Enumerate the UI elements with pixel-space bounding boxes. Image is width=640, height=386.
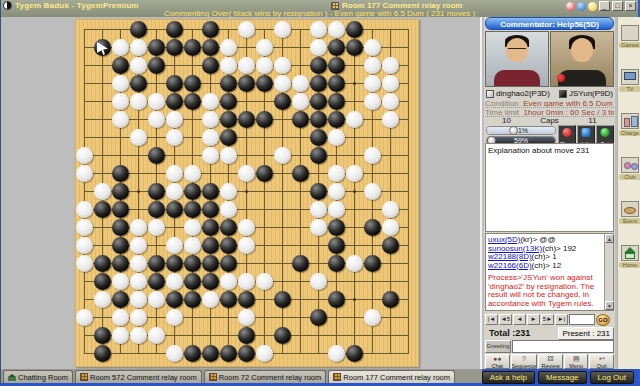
white-stone <box>382 93 399 110</box>
white-stone <box>256 39 273 56</box>
black-stone <box>148 57 165 74</box>
photo-black-player <box>550 31 614 87</box>
move-navigation: |◄ ◄5 ◄ ► 5► ►| GO <box>485 313 614 326</box>
white-stone <box>238 165 255 182</box>
home-icon <box>621 245 639 261</box>
black-stone <box>328 255 345 272</box>
white-stone <box>94 291 111 308</box>
star-point <box>353 82 356 85</box>
house-icon <box>8 374 16 381</box>
black-stone <box>166 21 183 38</box>
white-stone <box>130 309 147 326</box>
star-point <box>245 190 248 193</box>
tray-icon-3[interactable] <box>588 2 597 11</box>
black-stone <box>328 219 345 236</box>
black-player-name: JSYun(P9D) <box>559 88 613 99</box>
black-stone <box>166 39 183 56</box>
black-stone <box>148 147 165 164</box>
white-stone <box>292 93 309 110</box>
chat-line: w22166(6D)(ch)> 12 <box>488 262 602 271</box>
black-stone <box>184 273 201 290</box>
white-stone <box>274 75 291 92</box>
chat-tab-button[interactable]: ●●Chat <box>485 354 510 369</box>
greeting-input[interactable] <box>512 340 614 353</box>
white-stone <box>310 21 327 38</box>
sidebar-item-event[interactable]: Event <box>619 201 640 231</box>
sequence-icon: ? <box>512 355 537 363</box>
nav-last-button[interactable]: ►| <box>555 314 568 325</box>
cheer-ball-icon <box>563 128 572 137</box>
black-stone <box>166 201 183 218</box>
white-stone <box>220 39 237 56</box>
white-stone <box>76 147 93 164</box>
black-stone <box>112 165 129 182</box>
white-stone <box>76 237 93 254</box>
condition-row: Condition Even game with 6.5 Dum <box>485 99 614 108</box>
black-stone <box>202 39 219 56</box>
white-stone <box>364 147 381 164</box>
white-stone <box>166 165 183 182</box>
black-stone <box>346 345 363 362</box>
menu-icon: ▤ <box>565 355 588 363</box>
support-bar-white[interactable]: 41% <box>486 126 556 135</box>
white-stone <box>202 147 219 164</box>
black-stone <box>328 237 345 254</box>
black-stone <box>112 57 129 74</box>
white-stone <box>346 165 363 182</box>
white-stone <box>310 273 327 290</box>
ask-help-button[interactable]: Ask a help <box>482 371 535 384</box>
black-stone <box>220 291 237 308</box>
white-stone <box>328 183 345 200</box>
tab-room-72[interactable]: Room 72 Comment relay room <box>204 370 327 383</box>
club-icon <box>621 157 639 173</box>
white-stone <box>382 57 399 74</box>
white-stone <box>328 165 345 182</box>
white-stone <box>328 129 345 146</box>
black-stone <box>346 21 363 38</box>
black-stone <box>202 57 219 74</box>
black-stone <box>202 345 219 362</box>
white-stone <box>328 201 345 218</box>
white-stone <box>220 183 237 200</box>
black-stone <box>112 255 129 272</box>
black-stone <box>148 39 165 56</box>
black-stone <box>148 201 165 218</box>
black-stone <box>94 345 111 362</box>
tray-icon-1[interactable] <box>566 2 575 11</box>
black-stone <box>220 237 237 254</box>
white-stone <box>202 291 219 308</box>
black-stone <box>184 291 201 308</box>
quit-button[interactable]: ↩Quit <box>589 354 614 369</box>
move-number-input[interactable] <box>569 314 595 325</box>
star-point <box>353 298 356 301</box>
black-stone <box>184 75 201 92</box>
black-stone <box>202 273 219 290</box>
quit-icon: ↩ <box>590 355 613 363</box>
black-stone <box>328 57 345 74</box>
black-stone <box>94 273 111 290</box>
white-stone <box>238 57 255 74</box>
black-stone <box>274 93 291 110</box>
black-stone <box>202 21 219 38</box>
black-stone <box>364 219 381 236</box>
white-stone <box>166 345 183 362</box>
white-stone <box>364 93 381 110</box>
black-stone <box>202 183 219 200</box>
black-stone <box>166 75 183 92</box>
board-icon <box>209 373 217 381</box>
white-stone <box>382 111 399 128</box>
white-stone <box>76 201 93 218</box>
black-stone <box>310 147 327 164</box>
white-stone <box>184 237 201 254</box>
white-stone <box>166 111 183 128</box>
white-stone <box>274 57 291 74</box>
black-stone <box>382 291 399 308</box>
white-stone <box>364 39 381 56</box>
review-button[interactable]: ⚄Review <box>538 354 563 369</box>
photo-white-player <box>485 31 549 87</box>
right-sidebar: Games TV Charge Club Event Home <box>617 17 640 369</box>
white-stone <box>166 309 183 326</box>
black-stone <box>238 111 255 128</box>
white-stone <box>166 237 183 254</box>
black-stone <box>310 57 327 74</box>
caps-label: Caps <box>528 116 571 125</box>
white-stone <box>274 21 291 38</box>
black-stone <box>328 39 345 56</box>
black-stone <box>184 39 201 56</box>
sequence-button[interactable]: ?Sequence <box>511 354 538 369</box>
white-stone <box>76 309 93 326</box>
black-stone <box>364 255 381 272</box>
black-stone <box>292 111 309 128</box>
titlebar: Tygem Baduk - TygemPremium Room 177 Comm… <box>1 0 638 17</box>
white-stone <box>130 327 147 344</box>
black-stone <box>184 255 201 272</box>
black-stone <box>310 93 327 110</box>
white-stone <box>238 219 255 236</box>
white-stone-icon <box>486 90 494 98</box>
white-stone <box>112 39 129 56</box>
present-move-label: Present : 231 <box>558 327 614 340</box>
black-stone <box>112 219 129 236</box>
white-stone <box>166 183 183 200</box>
black-stone <box>202 201 219 218</box>
rose-icon <box>557 74 565 82</box>
board-icon <box>333 373 341 381</box>
black-stone <box>328 75 345 92</box>
black-stone <box>112 201 129 218</box>
black-stone <box>328 291 345 308</box>
tab-chatting-room[interactable]: Chatting Room <box>3 370 73 383</box>
sidebar-item-club[interactable]: Club <box>619 157 640 187</box>
board-icon <box>80 373 88 381</box>
black-stone <box>148 273 165 290</box>
commentator-header: Commentator: Help56(5D) <box>485 17 614 30</box>
white-stone <box>220 201 237 218</box>
white-stone <box>130 219 147 236</box>
black-stone <box>220 219 237 236</box>
nav-forward-button[interactable]: ► <box>527 314 540 325</box>
black-stone <box>184 93 201 110</box>
white-stone <box>130 255 147 272</box>
black-stone <box>166 291 183 308</box>
process-message: Process>'JSYun' won against 'dinghao2' b… <box>488 274 602 308</box>
black-stone <box>184 183 201 200</box>
black-stone <box>310 309 327 326</box>
caps-black: 11 <box>571 116 614 125</box>
white-stone <box>94 183 111 200</box>
white-stone <box>364 75 381 92</box>
nav-back5-button[interactable]: ◄5 <box>499 314 512 325</box>
black-stone <box>94 255 111 272</box>
sidebar-item-home[interactable]: Home <box>619 245 640 275</box>
white-stone <box>166 129 183 146</box>
tab-room-177[interactable]: Room 177 Comment relay room <box>328 370 455 383</box>
captures-row: 10 Caps 11 <box>485 116 614 125</box>
board-area <box>1 17 482 369</box>
black-stone <box>220 93 237 110</box>
white-stone <box>130 57 147 74</box>
white-stone <box>130 93 147 110</box>
white-stone <box>130 273 147 290</box>
black-stone <box>112 183 129 200</box>
white-stone <box>238 273 255 290</box>
go-button[interactable]: GO <box>596 314 610 326</box>
white-stone <box>328 345 345 362</box>
white-stone <box>310 219 327 236</box>
white-stone <box>310 39 327 56</box>
black-stone <box>202 219 219 236</box>
white-stone <box>148 327 165 344</box>
black-stone <box>292 165 309 182</box>
goban[interactable] <box>75 19 419 367</box>
black-stone <box>148 255 165 272</box>
event-icon <box>621 201 639 217</box>
star-point <box>137 190 140 193</box>
white-stone <box>130 129 147 146</box>
bottom-bar: Chatting Room Room 572 Comment relay roo… <box>1 369 638 386</box>
white-stone <box>76 219 93 236</box>
white-stone <box>238 21 255 38</box>
white-stone <box>382 219 399 236</box>
white-stone <box>220 57 237 74</box>
black-stone-icon <box>559 90 567 98</box>
nav-forward5-button[interactable]: 5► <box>541 314 554 325</box>
black-stone <box>94 201 111 218</box>
black-stone <box>202 237 219 254</box>
black-stone <box>166 93 183 110</box>
maximize-button[interactable]: □ <box>612 1 623 11</box>
black-stone <box>256 165 273 182</box>
total-moves-label: Total :231 <box>485 328 558 338</box>
menu-button[interactable]: ▤Menu <box>564 354 589 369</box>
white-stone <box>364 183 381 200</box>
black-stone <box>184 345 201 362</box>
white-stone <box>328 21 345 38</box>
close-button[interactable]: × <box>625 1 636 11</box>
white-stone <box>202 111 219 128</box>
black-stone <box>238 345 255 362</box>
black-stone <box>166 255 183 272</box>
white-stone <box>238 309 255 326</box>
white-stone <box>292 75 309 92</box>
white-stone <box>184 219 201 236</box>
black-stone <box>94 327 111 344</box>
white-stone <box>364 57 381 74</box>
info-icon <box>582 128 591 137</box>
sidebar-item-charge[interactable]: Charge <box>619 113 640 143</box>
white-stone <box>130 237 147 254</box>
games-icon <box>621 25 639 41</box>
black-stone <box>220 111 237 128</box>
white-stone <box>166 273 183 290</box>
white-stone <box>148 219 165 236</box>
white-stone <box>112 75 129 92</box>
black-stone <box>238 75 255 92</box>
right-panel: Commentator: Help56(5D) dinghao2(P3D) JS… <box>484 17 615 369</box>
black-stone <box>220 255 237 272</box>
black-stone <box>238 291 255 308</box>
black-stone <box>310 111 327 128</box>
black-stone <box>274 291 291 308</box>
black-stone <box>112 291 129 308</box>
tab-room-572[interactable]: Room 572 Comment relay room <box>75 370 202 383</box>
bet-icon <box>601 128 610 137</box>
tv-icon <box>621 69 639 85</box>
black-stone <box>292 255 309 272</box>
white-stone <box>238 237 255 254</box>
black-stone <box>184 201 201 218</box>
black-stone <box>220 345 237 362</box>
white-stone <box>184 165 201 182</box>
explanation-box[interactable]: Explanation about move 231 <box>485 143 614 232</box>
white-stone <box>76 165 93 182</box>
white-stone <box>130 39 147 56</box>
black-stone <box>274 327 291 344</box>
white-stone <box>274 147 291 164</box>
white-stone <box>256 273 273 290</box>
tray-icon-2[interactable] <box>577 2 586 11</box>
white-stone <box>130 291 147 308</box>
white-stone <box>382 201 399 218</box>
black-stone <box>310 75 327 92</box>
black-stone <box>130 21 147 38</box>
review-icon: ⚄ <box>539 355 562 363</box>
minimize-button[interactable]: _ <box>599 1 610 11</box>
black-stone <box>202 255 219 272</box>
white-stone <box>148 93 165 110</box>
room-tabs: Chatting Room Room 572 Comment relay roo… <box>1 369 482 383</box>
white-stone <box>256 57 273 74</box>
white-stone <box>310 201 327 218</box>
chat-scrollbar[interactable]: ▲ ▼ <box>604 234 613 310</box>
black-stone <box>346 39 363 56</box>
white-stone <box>76 255 93 272</box>
scroll-down-icon[interactable]: ▼ <box>605 301 614 310</box>
black-stone <box>310 129 327 146</box>
message-button[interactable]: Message <box>538 371 586 384</box>
black-stone <box>112 237 129 254</box>
tygem-window: Tygem Baduk - TygemPremium Room 177 Comm… <box>0 0 640 386</box>
white-player-name: dinghao2(P3D) <box>486 88 550 99</box>
white-stone <box>112 273 129 290</box>
white-stone <box>202 93 219 110</box>
white-stone <box>202 129 219 146</box>
white-stone <box>346 255 363 272</box>
white-stone <box>256 345 273 362</box>
white-stone <box>112 327 129 344</box>
white-stone <box>112 111 129 128</box>
black-stone <box>328 93 345 110</box>
black-stone <box>382 237 399 254</box>
nav-back-button[interactable]: ◄ <box>513 314 526 325</box>
sidebar-item-games[interactable]: Games <box>619 25 640 55</box>
black-stone <box>328 111 345 128</box>
chat-icon: ●● <box>486 355 509 363</box>
black-stone <box>256 75 273 92</box>
caps-white: 10 <box>485 116 528 125</box>
black-stone <box>238 327 255 344</box>
black-stone <box>220 75 237 92</box>
white-stone <box>220 147 237 164</box>
white-stone <box>112 93 129 110</box>
star-point <box>353 190 356 193</box>
black-stone <box>148 183 165 200</box>
sidebar-item-tv[interactable]: TV <box>619 69 640 99</box>
white-stone <box>148 111 165 128</box>
black-stone <box>310 183 327 200</box>
nav-first-button[interactable]: |◄ <box>485 314 498 325</box>
charge-icon <box>621 113 639 129</box>
white-stone <box>346 111 363 128</box>
white-stone <box>382 75 399 92</box>
black-stone <box>130 75 147 92</box>
black-stone <box>256 111 273 128</box>
white-stone <box>148 291 165 308</box>
logout-button[interactable]: Log Out <box>590 371 634 384</box>
chat-box[interactable]: uxux(5D)(kr)> @@ sunoosun(13K)(ch)> 192 … <box>485 233 614 311</box>
chat-username[interactable]: w22166(6D) <box>488 261 532 270</box>
greeting-button[interactable]: Greeting <box>485 340 511 353</box>
white-stone <box>364 309 381 326</box>
white-stone <box>220 273 237 290</box>
scroll-up-icon[interactable]: ▲ <box>605 234 614 243</box>
black-stone <box>220 129 237 146</box>
white-stone <box>112 309 129 326</box>
